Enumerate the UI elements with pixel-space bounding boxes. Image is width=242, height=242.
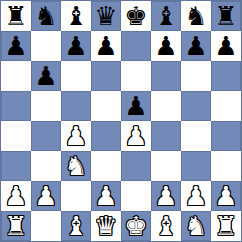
square-b8[interactable]: ♞ [31, 1, 61, 31]
square-e7[interactable] [121, 31, 151, 61]
square-h7[interactable]: ♟ [211, 31, 241, 61]
square-e5[interactable]: ♟ [121, 91, 151, 121]
square-h6[interactable] [211, 61, 241, 91]
white-bishop[interactable]: ♝ [64, 213, 87, 239]
square-f2[interactable]: ♟ [151, 181, 181, 211]
square-g5[interactable] [181, 91, 211, 121]
white-pawn[interactable]: ♟ [124, 123, 147, 149]
square-f8[interactable]: ♝ [151, 1, 181, 31]
white-pawn[interactable]: ♟ [214, 183, 237, 209]
white-pawn[interactable]: ♟ [94, 183, 117, 209]
square-f3[interactable] [151, 151, 181, 181]
black-pawn[interactable]: ♟ [154, 33, 177, 59]
square-c3[interactable]: ♞ [61, 151, 91, 181]
square-g1[interactable]: ♞ [181, 211, 211, 241]
square-b6[interactable]: ♟ [31, 61, 61, 91]
square-g3[interactable] [181, 151, 211, 181]
square-c1[interactable]: ♝ [61, 211, 91, 241]
square-a4[interactable] [1, 121, 31, 151]
square-a2[interactable]: ♟ [1, 181, 31, 211]
square-f1[interactable]: ♝ [151, 211, 181, 241]
black-bishop[interactable]: ♝ [154, 3, 177, 29]
square-d3[interactable] [91, 151, 121, 181]
black-pawn[interactable]: ♟ [214, 33, 237, 59]
square-a7[interactable]: ♟ [1, 31, 31, 61]
square-b2[interactable]: ♟ [31, 181, 61, 211]
square-h2[interactable]: ♟ [211, 181, 241, 211]
square-g2[interactable]: ♟ [181, 181, 211, 211]
square-g7[interactable]: ♟ [181, 31, 211, 61]
square-f7[interactable]: ♟ [151, 31, 181, 61]
square-e2[interactable] [121, 181, 151, 211]
square-c2[interactable] [61, 181, 91, 211]
square-b3[interactable] [31, 151, 61, 181]
white-bishop[interactable]: ♝ [154, 213, 177, 239]
black-pawn[interactable]: ♟ [124, 93, 147, 119]
black-queen[interactable]: ♛ [94, 3, 117, 29]
square-c8[interactable]: ♝ [61, 1, 91, 31]
black-rook[interactable]: ♜ [4, 3, 27, 29]
square-c4[interactable]: ♟ [61, 121, 91, 151]
square-g4[interactable] [181, 121, 211, 151]
square-b4[interactable] [31, 121, 61, 151]
square-a6[interactable] [1, 61, 31, 91]
white-pawn[interactable]: ♟ [64, 123, 87, 149]
black-pawn[interactable]: ♟ [64, 33, 87, 59]
white-rook[interactable]: ♜ [4, 213, 27, 239]
black-knight[interactable]: ♞ [34, 3, 57, 29]
square-f4[interactable] [151, 121, 181, 151]
white-knight[interactable]: ♞ [64, 153, 87, 179]
chess-board: ♜♞♝♛♚♝♞♜♟♟♟♟♟♟♟♟♟♟♞♟♟♟♟♟♟♜♝♛♚♝♞♜ [0, 0, 242, 242]
square-b1[interactable] [31, 211, 61, 241]
square-d8[interactable]: ♛ [91, 1, 121, 31]
black-king[interactable]: ♚ [124, 3, 147, 29]
square-d4[interactable] [91, 121, 121, 151]
square-h5[interactable] [211, 91, 241, 121]
square-h8[interactable]: ♜ [211, 1, 241, 31]
white-pawn[interactable]: ♟ [34, 183, 57, 209]
black-pawn[interactable]: ♟ [94, 33, 117, 59]
square-c6[interactable] [61, 61, 91, 91]
square-f5[interactable] [151, 91, 181, 121]
square-d6[interactable] [91, 61, 121, 91]
square-h4[interactable] [211, 121, 241, 151]
square-e3[interactable] [121, 151, 151, 181]
square-e4[interactable]: ♟ [121, 121, 151, 151]
black-bishop[interactable]: ♝ [64, 3, 87, 29]
white-pawn[interactable]: ♟ [4, 183, 27, 209]
square-h3[interactable] [211, 151, 241, 181]
white-pawn[interactable]: ♟ [154, 183, 177, 209]
square-g8[interactable]: ♞ [181, 1, 211, 31]
square-f6[interactable] [151, 61, 181, 91]
square-b7[interactable] [31, 31, 61, 61]
white-queen[interactable]: ♛ [94, 213, 117, 239]
white-rook[interactable]: ♜ [214, 213, 237, 239]
black-pawn[interactable]: ♟ [34, 63, 57, 89]
square-d2[interactable]: ♟ [91, 181, 121, 211]
square-c5[interactable] [61, 91, 91, 121]
square-d7[interactable]: ♟ [91, 31, 121, 61]
white-knight[interactable]: ♞ [184, 213, 207, 239]
square-b5[interactable] [31, 91, 61, 121]
chess-board-container: ♜♞♝♛♚♝♞♜♟♟♟♟♟♟♟♟♟♟♞♟♟♟♟♟♟♜♝♛♚♝♞♜ [0, 0, 242, 242]
white-king[interactable]: ♚ [124, 213, 147, 239]
square-d5[interactable] [91, 91, 121, 121]
square-a5[interactable] [1, 91, 31, 121]
black-pawn[interactable]: ♟ [4, 33, 27, 59]
square-e8[interactable]: ♚ [121, 1, 151, 31]
square-a1[interactable]: ♜ [1, 211, 31, 241]
white-pawn[interactable]: ♟ [184, 183, 207, 209]
black-knight[interactable]: ♞ [184, 3, 207, 29]
square-a3[interactable] [1, 151, 31, 181]
square-e1[interactable]: ♚ [121, 211, 151, 241]
square-e6[interactable] [121, 61, 151, 91]
square-a8[interactable]: ♜ [1, 1, 31, 31]
black-pawn[interactable]: ♟ [184, 33, 207, 59]
square-c7[interactable]: ♟ [61, 31, 91, 61]
black-rook[interactable]: ♜ [214, 3, 237, 29]
square-d1[interactable]: ♛ [91, 211, 121, 241]
square-h1[interactable]: ♜ [211, 211, 241, 241]
square-g6[interactable] [181, 61, 211, 91]
